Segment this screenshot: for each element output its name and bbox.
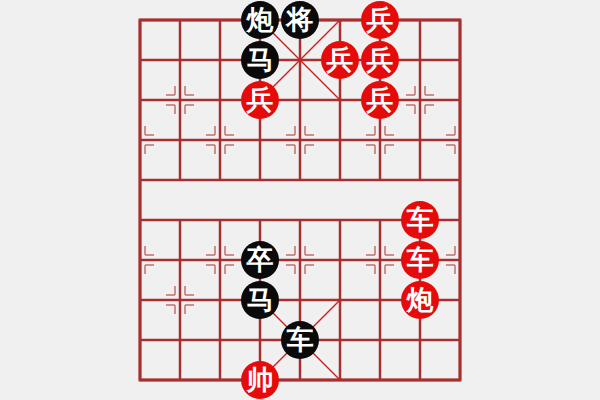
piece-red-soldier-4[interactable]: 兵 [241, 81, 279, 119]
piece-red-general[interactable]: 帅 [241, 361, 279, 399]
piece-black-cannon[interactable]: 炮 [241, 1, 279, 39]
piece-black-chariot[interactable]: 车 [281, 321, 319, 359]
piece-black-horse-1[interactable]: 马 [241, 41, 279, 79]
piece-black-general[interactable]: 将 [281, 1, 319, 39]
piece-red-soldier-3[interactable]: 兵 [361, 41, 399, 79]
piece-red-cannon[interactable]: 炮 [401, 281, 439, 319]
piece-red-chariot-1[interactable]: 车 [401, 201, 439, 239]
piece-red-chariot-2[interactable]: 车 [401, 241, 439, 279]
piece-grid: 炮将兵马兵兵兵兵车卒车马炮车帅 [120, 0, 480, 400]
piece-black-soldier[interactable]: 卒 [241, 241, 279, 279]
piece-red-soldier-1[interactable]: 兵 [361, 1, 399, 39]
piece-red-soldier-5[interactable]: 兵 [361, 81, 399, 119]
piece-black-horse-2[interactable]: 马 [241, 281, 279, 319]
piece-red-soldier-2[interactable]: 兵 [321, 41, 359, 79]
xiangqi-diagram: 炮将兵马兵兵兵兵车卒车马炮车帅 [0, 0, 600, 400]
